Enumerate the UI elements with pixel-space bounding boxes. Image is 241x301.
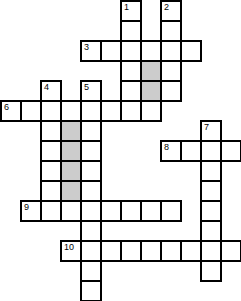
crossword-cell-shaded[interactable] bbox=[140, 60, 162, 82]
crossword-cell[interactable] bbox=[80, 260, 102, 282]
crossword-cell[interactable] bbox=[40, 180, 62, 202]
crossword-cell[interactable] bbox=[80, 140, 102, 162]
crossword-cell[interactable] bbox=[160, 60, 182, 82]
crossword-cell[interactable] bbox=[200, 220, 222, 242]
crossword-cell[interactable] bbox=[20, 100, 42, 122]
crossword-cell-shaded[interactable] bbox=[60, 140, 82, 162]
crossword-cell-shaded[interactable] bbox=[60, 120, 82, 142]
crossword-cell[interactable] bbox=[120, 40, 142, 62]
crossword-cell[interactable] bbox=[120, 240, 142, 262]
crossword-cell[interactable] bbox=[100, 240, 122, 262]
crossword-cell[interactable] bbox=[120, 80, 142, 102]
crossword-cell[interactable] bbox=[80, 280, 102, 301]
crossword-cell[interactable] bbox=[120, 100, 142, 122]
crossword-cell[interactable]: 2 bbox=[160, 0, 182, 22]
crossword-cell[interactable] bbox=[200, 140, 222, 162]
crossword-board: 12345678910 bbox=[0, 0, 241, 301]
crossword-cell[interactable]: 6 bbox=[0, 100, 22, 122]
clue-number: 7 bbox=[204, 123, 209, 132]
crossword-cell[interactable]: 5 bbox=[80, 80, 102, 102]
crossword-cell[interactable] bbox=[100, 100, 122, 122]
clue-number: 5 bbox=[84, 83, 89, 92]
crossword-cell[interactable] bbox=[160, 20, 182, 42]
crossword-cell[interactable] bbox=[80, 100, 102, 122]
crossword-cell[interactable] bbox=[160, 200, 182, 222]
crossword-cell[interactable] bbox=[180, 140, 202, 162]
crossword-cell[interactable] bbox=[180, 240, 202, 262]
crossword-cell-shaded[interactable] bbox=[60, 180, 82, 202]
crossword-cell[interactable] bbox=[160, 40, 182, 62]
crossword-cell[interactable] bbox=[140, 100, 162, 122]
crossword-cell[interactable] bbox=[100, 40, 122, 62]
crossword-cell[interactable] bbox=[40, 200, 62, 222]
crossword-cell[interactable] bbox=[120, 200, 142, 222]
crossword-cell[interactable] bbox=[100, 200, 122, 222]
crossword-cell-shaded[interactable] bbox=[140, 80, 162, 102]
crossword-cell[interactable] bbox=[80, 120, 102, 142]
crossword-cell[interactable]: 8 bbox=[160, 140, 182, 162]
crossword-cell[interactable] bbox=[80, 240, 102, 262]
clue-number: 1 bbox=[124, 3, 129, 12]
crossword-cell[interactable] bbox=[60, 200, 82, 222]
crossword-cell[interactable]: 4 bbox=[40, 80, 62, 102]
crossword-cell[interactable] bbox=[220, 140, 241, 162]
crossword-cell[interactable] bbox=[200, 260, 222, 282]
crossword-cell[interactable]: 7 bbox=[200, 120, 222, 142]
clue-number: 4 bbox=[44, 83, 49, 92]
crossword-cell[interactable] bbox=[160, 240, 182, 262]
crossword-cell[interactable] bbox=[80, 160, 102, 182]
crossword-cell[interactable]: 3 bbox=[80, 40, 102, 62]
crossword-cell[interactable] bbox=[80, 180, 102, 202]
crossword-cell[interactable] bbox=[160, 80, 182, 102]
crossword-cell[interactable] bbox=[200, 160, 222, 182]
clue-number: 9 bbox=[24, 203, 29, 212]
crossword-cell[interactable] bbox=[40, 100, 62, 122]
crossword-cell[interactable] bbox=[40, 120, 62, 142]
crossword-cell[interactable] bbox=[140, 240, 162, 262]
crossword-cell[interactable] bbox=[120, 60, 142, 82]
crossword-cell[interactable] bbox=[40, 160, 62, 182]
crossword-cell[interactable] bbox=[40, 140, 62, 162]
crossword-cell[interactable] bbox=[140, 40, 162, 62]
crossword-cell[interactable] bbox=[80, 220, 102, 242]
crossword-cell[interactable] bbox=[80, 200, 102, 222]
clue-number: 6 bbox=[4, 103, 9, 112]
crossword-cell[interactable] bbox=[200, 240, 222, 262]
crossword-cell[interactable] bbox=[200, 180, 222, 202]
crossword-cell[interactable] bbox=[220, 240, 241, 262]
clue-number: 10 bbox=[64, 243, 74, 252]
clue-number: 3 bbox=[84, 43, 89, 52]
crossword-cell[interactable]: 1 bbox=[120, 0, 142, 22]
crossword-cell-shaded[interactable] bbox=[60, 160, 82, 182]
crossword-cell[interactable]: 9 bbox=[20, 200, 42, 222]
crossword-cell[interactable] bbox=[180, 40, 202, 62]
crossword-cell[interactable] bbox=[60, 100, 82, 122]
clue-number: 2 bbox=[164, 3, 169, 12]
crossword-cell[interactable]: 10 bbox=[60, 240, 82, 262]
clue-number: 8 bbox=[164, 143, 169, 152]
crossword-cell[interactable] bbox=[140, 200, 162, 222]
crossword-cell[interactable] bbox=[200, 200, 222, 222]
crossword-cell[interactable] bbox=[120, 20, 142, 42]
